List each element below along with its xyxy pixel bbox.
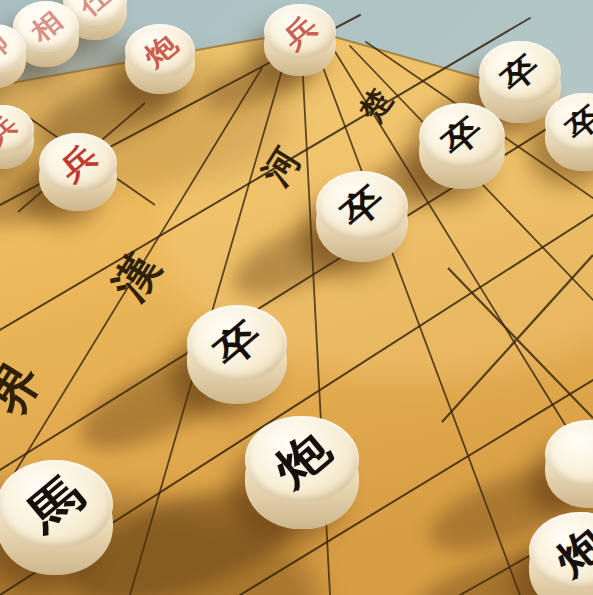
xiangqi-photo-scene: 楚 河 漢 界 仕 相 帥 xyxy=(0,0,593,595)
piece-red-soldier-2[interactable]: 兵 xyxy=(0,105,34,161)
piece-character: 炮 xyxy=(266,425,337,495)
piece-character: 兵 xyxy=(0,111,21,149)
piece-red-soldier-1[interactable]: 兵 xyxy=(264,4,336,67)
piece-face: 炮 xyxy=(245,416,359,503)
piece-face: 兵 xyxy=(39,133,117,193)
piece-character: 馬 xyxy=(19,469,91,540)
piece-edge-hidden[interactable] xyxy=(545,420,593,497)
piece-red-cannon[interactable]: 炮 xyxy=(125,24,195,85)
piece-face: 兵 xyxy=(264,4,336,59)
piece-character: 卒 xyxy=(334,179,390,234)
piece-red-general[interactable]: 帥 xyxy=(0,24,26,80)
piece-face: 卒 xyxy=(316,171,408,241)
piece-face: 馬 xyxy=(0,460,113,549)
piece-face: 炮 xyxy=(125,24,195,78)
piece-black-soldier-2[interactable]: 卒 xyxy=(545,93,593,161)
piece-red-soldier-3[interactable]: 兵 xyxy=(39,133,117,201)
piece-character: 相 xyxy=(26,7,66,46)
piece-character: 卒 xyxy=(436,111,488,162)
piece-character: 卒 xyxy=(495,49,544,97)
piece-character: 炮 xyxy=(139,30,182,72)
piece-black-soldier-5[interactable]: 卒 xyxy=(187,305,287,392)
piece-character: 兵 xyxy=(54,139,102,186)
piece-black-soldier-4[interactable]: 卒 xyxy=(316,171,408,251)
piece-black-cannon-1[interactable]: 炮 xyxy=(245,416,359,515)
piece-black-horse[interactable]: 馬 xyxy=(0,460,113,561)
piece-character: 仕 xyxy=(76,0,115,20)
piece-character: 兵 xyxy=(278,10,322,53)
piece-face: 卒 xyxy=(419,103,505,169)
piece-character: 炮 xyxy=(548,520,593,582)
piece-character: 帥 xyxy=(0,30,13,68)
piece-black-soldier-3[interactable]: 卒 xyxy=(419,103,505,178)
piece-face: 卒 xyxy=(187,305,287,382)
piece-character: 卒 xyxy=(207,313,268,373)
piece-black-cannon-2[interactable]: 炮 xyxy=(529,512,593,595)
piece-character: 卒 xyxy=(561,100,593,146)
